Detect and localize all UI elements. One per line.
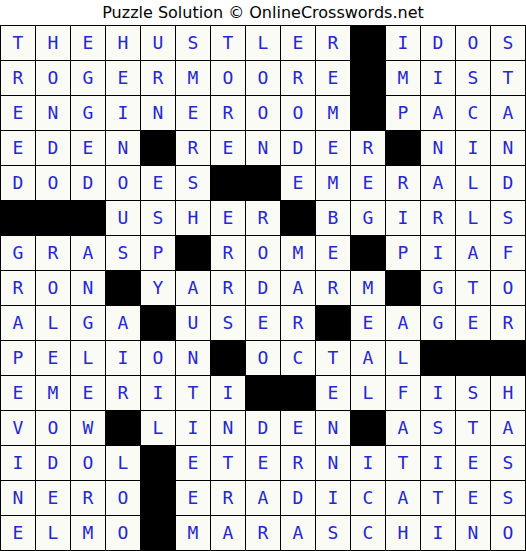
cell-r3c15: A	[491, 96, 526, 131]
cell-r14c2: E	[36, 481, 71, 516]
cell-r11c10: E	[316, 376, 351, 411]
cell-r5c13: A	[421, 166, 456, 201]
cell-r10c6: N	[176, 341, 211, 376]
cell-r3c13: A	[421, 96, 456, 131]
cell-r14c12: A	[386, 481, 421, 516]
cell-r11c7: I	[211, 376, 246, 411]
cell-r7c8: O	[246, 236, 281, 271]
cell-r5c11: E	[351, 166, 386, 201]
cell-r9c12: A	[386, 306, 421, 341]
cell-r4c10: E	[316, 131, 351, 166]
black-cell-r10c15	[491, 341, 526, 376]
black-cell-r10c13	[421, 341, 456, 376]
black-cell-r6c9	[281, 201, 316, 236]
cell-r1c3: E	[71, 26, 106, 61]
cell-r3c3: G	[71, 96, 106, 131]
cell-r6c7: E	[211, 201, 246, 236]
cell-r11c6: T	[176, 376, 211, 411]
cell-r2c2: O	[36, 61, 71, 96]
cell-r9c8: E	[246, 306, 281, 341]
cell-r14c7: R	[211, 481, 246, 516]
cell-r9c4: A	[106, 306, 141, 341]
cell-r3c9: O	[281, 96, 316, 131]
cell-r1c12: I	[386, 26, 421, 61]
cell-r10c2: E	[36, 341, 71, 376]
cell-r1c10: R	[316, 26, 351, 61]
cell-r5c6: S	[176, 166, 211, 201]
cell-r11c12: F	[386, 376, 421, 411]
cell-r15c10: S	[316, 516, 351, 551]
cell-r13c11: I	[351, 446, 386, 481]
cell-r4c3: E	[71, 131, 106, 166]
cell-r7c10: E	[316, 236, 351, 271]
cell-r12c5: L	[141, 411, 176, 446]
cell-r14c6: E	[176, 481, 211, 516]
cell-r12c1: V	[1, 411, 36, 446]
cell-r7c4: S	[106, 236, 141, 271]
cell-r15c4: O	[106, 516, 141, 551]
black-cell-r14c5	[141, 481, 176, 516]
cell-r13c4: L	[106, 446, 141, 481]
black-cell-r13c5	[141, 446, 176, 481]
cell-r10c8: O	[246, 341, 281, 376]
cell-r12c2: O	[36, 411, 71, 446]
cell-r2c12: M	[386, 61, 421, 96]
cell-r1c14: O	[456, 26, 491, 61]
black-cell-r4c12	[386, 131, 421, 166]
cell-r7c13: I	[421, 236, 456, 271]
cell-r9c2: L	[36, 306, 71, 341]
cell-r2c10: E	[316, 61, 351, 96]
cell-r11c1: E	[1, 376, 36, 411]
cell-r1c4: H	[106, 26, 141, 61]
black-cell-r2c11	[351, 61, 386, 96]
cell-r14c4: O	[106, 481, 141, 516]
cell-r7c2: R	[36, 236, 71, 271]
cell-r6c15: S	[491, 201, 526, 236]
cell-r9c9: R	[281, 306, 316, 341]
cell-r5c12: R	[386, 166, 421, 201]
cell-r14c8: A	[246, 481, 281, 516]
cell-r8c11: M	[351, 271, 386, 306]
cell-r10c11: A	[351, 341, 386, 376]
cell-r1c8: L	[246, 26, 281, 61]
cell-r8c8: D	[246, 271, 281, 306]
cell-r11c15: H	[491, 376, 526, 411]
cell-r5c2: O	[36, 166, 71, 201]
cell-r5c14: L	[456, 166, 491, 201]
black-cell-r12c11	[351, 411, 386, 446]
black-cell-r10c14	[456, 341, 491, 376]
puzzle-solution-page: Puzzle Solution © OnlineCrosswords.net T…	[0, 0, 526, 551]
cell-r2c13: I	[421, 61, 456, 96]
cell-r9c11: E	[351, 306, 386, 341]
cell-r9c7: S	[211, 306, 246, 341]
cell-r12c15: A	[491, 411, 526, 446]
cell-r13c12: T	[386, 446, 421, 481]
cell-r6c6: H	[176, 201, 211, 236]
cell-r5c15: D	[491, 166, 526, 201]
cell-r14c13: T	[421, 481, 456, 516]
cell-r6c8: R	[246, 201, 281, 236]
cell-r13c8: E	[246, 446, 281, 481]
cell-r13c7: T	[211, 446, 246, 481]
cell-r4c2: D	[36, 131, 71, 166]
cell-r4c6: R	[176, 131, 211, 166]
cell-r8c5: Y	[141, 271, 176, 306]
cell-r1c13: D	[421, 26, 456, 61]
cell-r6c5: S	[141, 201, 176, 236]
cell-r12c3: W	[71, 411, 106, 446]
cell-r11c14: S	[456, 376, 491, 411]
black-cell-r11c9	[281, 376, 316, 411]
cell-r6c12: I	[386, 201, 421, 236]
cell-r1c6: S	[176, 26, 211, 61]
cell-r15c9: A	[281, 516, 316, 551]
cell-r8c1: R	[1, 271, 36, 306]
cell-r5c4: O	[106, 166, 141, 201]
cell-r4c15: N	[491, 131, 526, 166]
cell-r12c8: D	[246, 411, 281, 446]
cell-r2c6: M	[176, 61, 211, 96]
black-cell-r9c10	[316, 306, 351, 341]
cell-r3c6: E	[176, 96, 211, 131]
cell-r5c10: M	[316, 166, 351, 201]
cell-r10c5: O	[141, 341, 176, 376]
cell-r1c9: E	[281, 26, 316, 61]
cell-r3c7: R	[211, 96, 246, 131]
cell-r15c8: R	[246, 516, 281, 551]
cell-r12c7: N	[211, 411, 246, 446]
cell-r14c9: D	[281, 481, 316, 516]
cell-r3c4: I	[106, 96, 141, 131]
cell-r14c3: R	[71, 481, 106, 516]
cell-r3c1: E	[1, 96, 36, 131]
cell-r11c5: I	[141, 376, 176, 411]
cell-r8c15: O	[491, 271, 526, 306]
cell-r13c10: N	[316, 446, 351, 481]
cell-r13c6: E	[176, 446, 211, 481]
cell-r12c12: A	[386, 411, 421, 446]
cell-r8c9: A	[281, 271, 316, 306]
cell-r10c10: T	[316, 341, 351, 376]
cell-r6c11: G	[351, 201, 386, 236]
cell-r3c10: M	[316, 96, 351, 131]
cell-r4c4: N	[106, 131, 141, 166]
cell-r7c9: M	[281, 236, 316, 271]
cell-r7c5: P	[141, 236, 176, 271]
cell-r9c6: U	[176, 306, 211, 341]
cell-r6c13: R	[421, 201, 456, 236]
cell-r9c1: A	[1, 306, 36, 341]
cell-r10c9: C	[281, 341, 316, 376]
cell-r13c2: D	[36, 446, 71, 481]
black-cell-r7c6	[176, 236, 211, 271]
cell-r2c8: O	[246, 61, 281, 96]
cell-r2c7: O	[211, 61, 246, 96]
cell-r15c7: A	[211, 516, 246, 551]
cell-r11c4: R	[106, 376, 141, 411]
cell-r12c14: T	[456, 411, 491, 446]
cell-r14c10: I	[316, 481, 351, 516]
cell-r6c14: L	[456, 201, 491, 236]
black-cell-r11c8	[246, 376, 281, 411]
cell-r8c10: R	[316, 271, 351, 306]
cell-r3c12: P	[386, 96, 421, 131]
cell-r7c14: A	[456, 236, 491, 271]
cell-r4c14: I	[456, 131, 491, 166]
cell-r6c4: U	[106, 201, 141, 236]
cell-r15c3: M	[71, 516, 106, 551]
cell-r2c1: R	[1, 61, 36, 96]
cell-r4c11: R	[351, 131, 386, 166]
cell-r13c15: S	[491, 446, 526, 481]
cell-r15c12: H	[386, 516, 421, 551]
cell-r2c5: R	[141, 61, 176, 96]
cell-r4c13: N	[421, 131, 456, 166]
cell-r11c11: L	[351, 376, 386, 411]
cell-r4c8: N	[246, 131, 281, 166]
cell-r1c2: H	[36, 26, 71, 61]
cell-r6c10: B	[316, 201, 351, 236]
black-cell-r3c11	[351, 96, 386, 131]
black-cell-r15c5	[141, 516, 176, 551]
cell-r8c3: N	[71, 271, 106, 306]
cell-r1c5: U	[141, 26, 176, 61]
cell-r1c1: T	[1, 26, 36, 61]
cell-r2c14: S	[456, 61, 491, 96]
cell-r1c15: S	[491, 26, 526, 61]
cell-r15c14: N	[456, 516, 491, 551]
cell-r11c13: I	[421, 376, 456, 411]
cell-r5c3: D	[71, 166, 106, 201]
cell-r7c15: F	[491, 236, 526, 271]
cell-r13c1: I	[1, 446, 36, 481]
cell-r10c1: P	[1, 341, 36, 376]
cell-r8c7: R	[211, 271, 246, 306]
cell-r12c13: S	[421, 411, 456, 446]
black-cell-r12c4	[106, 411, 141, 446]
cell-r10c4: I	[106, 341, 141, 376]
cell-r5c1: D	[1, 166, 36, 201]
cell-r10c12: L	[386, 341, 421, 376]
black-cell-r7c11	[351, 236, 386, 271]
cell-r7c1: G	[1, 236, 36, 271]
cell-r11c2: M	[36, 376, 71, 411]
cell-r2c9: R	[281, 61, 316, 96]
cell-r3c2: N	[36, 96, 71, 131]
cell-r2c15: T	[491, 61, 526, 96]
black-cell-r8c4	[106, 271, 141, 306]
black-cell-r5c8	[246, 166, 281, 201]
cell-r13c9: R	[281, 446, 316, 481]
cell-r15c6: M	[176, 516, 211, 551]
cell-r14c15: S	[491, 481, 526, 516]
cell-r9c3: G	[71, 306, 106, 341]
cell-r4c7: E	[211, 131, 246, 166]
cell-r9c15: R	[491, 306, 526, 341]
cell-r2c3: G	[71, 61, 106, 96]
page-title: Puzzle Solution © OnlineCrosswords.net	[0, 0, 526, 25]
cell-r7c7: R	[211, 236, 246, 271]
cell-r2c4: E	[106, 61, 141, 96]
black-cell-r10c7	[211, 341, 246, 376]
black-cell-r6c1	[1, 201, 36, 236]
black-cell-r5c7	[211, 166, 246, 201]
cell-r7c12: P	[386, 236, 421, 271]
cell-r14c14: E	[456, 481, 491, 516]
cell-r8c6: A	[176, 271, 211, 306]
cell-r3c14: C	[456, 96, 491, 131]
cell-r15c13: I	[421, 516, 456, 551]
cell-r12c9: E	[281, 411, 316, 446]
cell-r15c15: O	[491, 516, 526, 551]
cell-r4c1: E	[1, 131, 36, 166]
cell-r11c3: E	[71, 376, 106, 411]
cell-r5c5: E	[141, 166, 176, 201]
cell-r10c3: L	[71, 341, 106, 376]
cell-r4c9: D	[281, 131, 316, 166]
cell-r12c10: N	[316, 411, 351, 446]
black-cell-r8c12	[386, 271, 421, 306]
black-cell-r6c3	[71, 201, 106, 236]
cell-r3c5: N	[141, 96, 176, 131]
cell-r13c3: O	[71, 446, 106, 481]
cell-r15c2: L	[36, 516, 71, 551]
cell-r8c14: T	[456, 271, 491, 306]
cell-r1c7: T	[211, 26, 246, 61]
cell-r12c6: I	[176, 411, 211, 446]
cell-r7c3: A	[71, 236, 106, 271]
cell-r5c9: E	[281, 166, 316, 201]
crossword-grid: THEHUSTLERIDOSROGERMOOREMISTENGINEROOMPA…	[0, 25, 526, 551]
cell-r14c1: N	[1, 481, 36, 516]
black-cell-r4c5	[141, 131, 176, 166]
black-cell-r1c11	[351, 26, 386, 61]
cell-r15c11: C	[351, 516, 386, 551]
cell-r9c13: G	[421, 306, 456, 341]
cell-r8c2: O	[36, 271, 71, 306]
black-cell-r9c5	[141, 306, 176, 341]
cell-r14c11: C	[351, 481, 386, 516]
cell-r13c14: E	[456, 446, 491, 481]
cell-r3c8: O	[246, 96, 281, 131]
cell-r15c1: E	[1, 516, 36, 551]
black-cell-r6c2	[36, 201, 71, 236]
cell-r9c14: E	[456, 306, 491, 341]
cell-r13c13: I	[421, 446, 456, 481]
cell-r8c13: G	[421, 271, 456, 306]
